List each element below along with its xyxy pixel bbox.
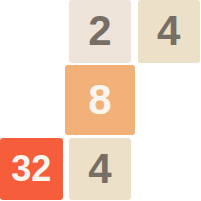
cell-r1c1: 8 xyxy=(69,69,132,132)
cell-r0c2: 4 xyxy=(138,0,201,63)
cell-r2c2 xyxy=(138,138,201,201)
cell-r0c1: 2 xyxy=(69,0,132,63)
tile-4: 4 xyxy=(138,0,201,63)
cell-r1c2 xyxy=(138,69,201,132)
tile-4: 4 xyxy=(69,138,132,201)
tile-32: 32 xyxy=(0,138,63,201)
tile-8: 8 xyxy=(65,65,135,135)
cell-r0c0 xyxy=(0,0,63,63)
board-2048[interactable]: 248324 xyxy=(0,0,200,200)
tile-2: 2 xyxy=(69,0,132,63)
cell-r1c0 xyxy=(0,69,63,132)
cell-r2c0: 32 xyxy=(0,138,63,201)
cell-r2c1: 4 xyxy=(69,138,132,201)
